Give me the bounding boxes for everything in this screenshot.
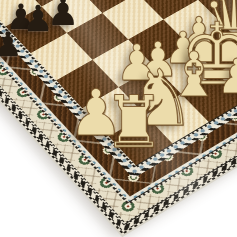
piece-white-rook-a1[interactable]: ♜ [103, 86, 164, 158]
pieces-layer: ♜♞♟♟♟♝♚♟♟♛♟♟♟♟♟ [0, 0, 237, 237]
piece-black-pawn-a4[interactable]: ♟ [0, 27, 22, 61]
piece-black-pawn-a5[interactable]: ♟ [23, 1, 54, 37]
board-photo: ♜♞♟♟♟♝♚♟♟♛♟♟♟♟♟ [0, 0, 237, 237]
